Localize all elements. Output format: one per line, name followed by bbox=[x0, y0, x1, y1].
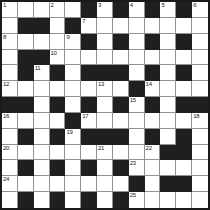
white-cell[interactable] bbox=[2, 65, 18, 81]
white-cell[interactable] bbox=[97, 192, 113, 208]
black-cell bbox=[176, 97, 192, 113]
white-cell[interactable] bbox=[34, 34, 50, 50]
black-cell bbox=[81, 160, 97, 176]
black-cell bbox=[176, 2, 192, 18]
black-cell bbox=[113, 34, 129, 50]
clue-number: 15 bbox=[130, 97, 136, 104]
black-cell bbox=[18, 129, 34, 145]
white-cell[interactable]: 1 bbox=[2, 2, 18, 18]
black-cell bbox=[18, 97, 34, 113]
white-cell[interactable] bbox=[34, 145, 50, 161]
clue-number: 21 bbox=[98, 145, 104, 152]
white-cell[interactable] bbox=[50, 113, 66, 129]
black-cell bbox=[18, 192, 34, 208]
crossword-puzzle: 1234567891011121314151617181920212223242… bbox=[0, 0, 210, 210]
clue-number: 9 bbox=[66, 34, 69, 41]
black-cell bbox=[145, 97, 161, 113]
black-cell bbox=[145, 2, 161, 18]
black-cell bbox=[18, 160, 34, 176]
black-cell bbox=[176, 145, 192, 161]
black-cell bbox=[113, 65, 129, 81]
black-cell bbox=[81, 192, 97, 208]
white-cell[interactable] bbox=[192, 192, 208, 208]
white-cell[interactable]: 12 bbox=[2, 81, 18, 97]
white-cell[interactable] bbox=[97, 18, 113, 34]
white-cell[interactable]: 16 bbox=[2, 113, 18, 129]
white-cell[interactable] bbox=[129, 65, 145, 81]
white-cell[interactable] bbox=[18, 176, 34, 192]
black-cell bbox=[97, 65, 113, 81]
white-cell[interactable] bbox=[65, 81, 81, 97]
black-cell bbox=[176, 129, 192, 145]
clue-number: 3 bbox=[98, 2, 101, 9]
white-cell[interactable]: 21 bbox=[97, 145, 113, 161]
white-cell[interactable] bbox=[160, 113, 176, 129]
black-cell bbox=[145, 129, 161, 145]
white-cell[interactable] bbox=[176, 113, 192, 129]
white-cell[interactable] bbox=[145, 160, 161, 176]
white-cell[interactable] bbox=[65, 160, 81, 176]
clue-number: 23 bbox=[130, 160, 136, 167]
white-cell[interactable] bbox=[160, 192, 176, 208]
white-cell[interactable]: 11 bbox=[34, 65, 50, 81]
black-cell bbox=[145, 34, 161, 50]
black-cell bbox=[176, 65, 192, 81]
white-cell[interactable] bbox=[160, 50, 176, 66]
white-cell[interactable] bbox=[81, 176, 97, 192]
white-cell[interactable]: 8 bbox=[2, 34, 18, 50]
black-cell bbox=[192, 97, 208, 113]
clue-number: 6 bbox=[193, 2, 196, 9]
white-cell[interactable] bbox=[65, 2, 81, 18]
clue-number: 13 bbox=[98, 81, 104, 88]
white-cell[interactable] bbox=[160, 81, 176, 97]
crossword-grid: 1234567891011121314151617181920212223242… bbox=[0, 0, 210, 210]
white-cell[interactable] bbox=[2, 192, 18, 208]
white-cell[interactable]: 19 bbox=[65, 129, 81, 145]
white-cell[interactable] bbox=[113, 18, 129, 34]
white-cell[interactable] bbox=[145, 113, 161, 129]
white-cell[interactable] bbox=[176, 81, 192, 97]
white-cell[interactable] bbox=[65, 97, 81, 113]
black-cell bbox=[18, 18, 34, 34]
white-cell[interactable]: 14 bbox=[145, 81, 161, 97]
white-cell[interactable] bbox=[176, 160, 192, 176]
white-cell[interactable] bbox=[129, 34, 145, 50]
white-cell[interactable] bbox=[65, 50, 81, 66]
white-cell[interactable] bbox=[145, 176, 161, 192]
white-cell[interactable] bbox=[65, 176, 81, 192]
white-cell[interactable] bbox=[160, 65, 176, 81]
white-cell[interactable]: 17 bbox=[81, 113, 97, 129]
white-cell[interactable] bbox=[18, 2, 34, 18]
black-cell bbox=[145, 65, 161, 81]
white-cell[interactable] bbox=[2, 50, 18, 66]
black-cell bbox=[50, 192, 66, 208]
white-cell[interactable]: 6 bbox=[192, 2, 208, 18]
white-cell[interactable] bbox=[192, 18, 208, 34]
clue-number: 7 bbox=[82, 18, 85, 25]
white-cell[interactable] bbox=[2, 18, 18, 34]
clue-number: 2 bbox=[51, 2, 54, 9]
black-cell bbox=[113, 97, 129, 113]
black-cell bbox=[160, 145, 176, 161]
white-cell[interactable] bbox=[113, 81, 129, 97]
black-cell bbox=[160, 176, 176, 192]
clue-number: 17 bbox=[82, 113, 88, 120]
white-cell[interactable]: 18 bbox=[192, 113, 208, 129]
black-cell bbox=[18, 50, 34, 66]
white-cell[interactable] bbox=[129, 145, 145, 161]
white-cell[interactable] bbox=[34, 192, 50, 208]
white-cell[interactable]: 10 bbox=[50, 50, 66, 66]
white-cell[interactable] bbox=[145, 50, 161, 66]
white-cell[interactable] bbox=[97, 113, 113, 129]
white-cell[interactable] bbox=[50, 18, 66, 34]
black-cell bbox=[34, 50, 50, 66]
clue-number: 11 bbox=[35, 65, 41, 72]
white-cell[interactable] bbox=[129, 129, 145, 145]
white-cell[interactable] bbox=[34, 81, 50, 97]
white-cell[interactable]: 22 bbox=[145, 145, 161, 161]
clue-number: 24 bbox=[3, 176, 9, 183]
white-cell[interactable] bbox=[192, 176, 208, 192]
white-cell[interactable]: 23 bbox=[129, 160, 145, 176]
black-cell bbox=[50, 97, 66, 113]
clue-number: 22 bbox=[146, 145, 152, 152]
white-cell[interactable]: 24 bbox=[2, 176, 18, 192]
white-cell[interactable] bbox=[129, 113, 145, 129]
black-cell bbox=[50, 160, 66, 176]
white-cell[interactable] bbox=[34, 113, 50, 129]
black-cell bbox=[129, 176, 145, 192]
black-cell bbox=[18, 65, 34, 81]
white-cell[interactable] bbox=[160, 18, 176, 34]
white-cell[interactable] bbox=[145, 192, 161, 208]
black-cell bbox=[65, 113, 81, 129]
white-cell[interactable]: 5 bbox=[160, 2, 176, 18]
black-cell bbox=[34, 18, 50, 34]
white-cell[interactable] bbox=[18, 145, 34, 161]
clue-number: 5 bbox=[161, 2, 164, 9]
white-cell[interactable] bbox=[160, 129, 176, 145]
white-cell[interactable] bbox=[97, 50, 113, 66]
clue-number: 16 bbox=[3, 113, 9, 120]
white-cell[interactable] bbox=[34, 176, 50, 192]
black-cell bbox=[176, 34, 192, 50]
white-cell[interactable] bbox=[113, 50, 129, 66]
black-cell bbox=[81, 65, 97, 81]
white-cell[interactable] bbox=[34, 2, 50, 18]
black-cell bbox=[176, 176, 192, 192]
white-cell[interactable] bbox=[129, 50, 145, 66]
black-cell bbox=[50, 129, 66, 145]
black-cell bbox=[81, 34, 97, 50]
white-cell[interactable] bbox=[50, 34, 66, 50]
white-cell[interactable] bbox=[145, 18, 161, 34]
white-cell[interactable] bbox=[50, 145, 66, 161]
black-cell bbox=[81, 129, 97, 145]
white-cell[interactable] bbox=[50, 81, 66, 97]
clue-number: 12 bbox=[3, 81, 9, 88]
clue-number: 4 bbox=[130, 2, 133, 9]
white-cell[interactable]: 3 bbox=[97, 2, 113, 18]
white-cell[interactable] bbox=[192, 34, 208, 50]
white-cell[interactable] bbox=[192, 81, 208, 97]
white-cell[interactable] bbox=[65, 145, 81, 161]
white-cell[interactable] bbox=[97, 34, 113, 50]
black-cell bbox=[65, 18, 81, 34]
white-cell[interactable] bbox=[113, 113, 129, 129]
clue-number: 19 bbox=[66, 129, 72, 136]
black-cell bbox=[50, 65, 66, 81]
clue-number: 1 bbox=[3, 2, 6, 9]
black-cell bbox=[129, 81, 145, 97]
white-cell[interactable]: 15 bbox=[129, 97, 145, 113]
black-cell bbox=[113, 192, 129, 208]
white-cell[interactable]: 13 bbox=[97, 81, 113, 97]
white-cell[interactable] bbox=[113, 176, 129, 192]
white-cell[interactable] bbox=[18, 81, 34, 97]
black-cell bbox=[81, 2, 97, 18]
white-cell[interactable] bbox=[176, 192, 192, 208]
black-cell bbox=[113, 129, 129, 145]
white-cell[interactable]: 25 bbox=[129, 192, 145, 208]
white-cell[interactable] bbox=[192, 65, 208, 81]
white-cell[interactable] bbox=[34, 160, 50, 176]
white-cell[interactable] bbox=[97, 176, 113, 192]
clue-number: 8 bbox=[3, 34, 6, 41]
white-cell[interactable] bbox=[160, 160, 176, 176]
white-cell[interactable] bbox=[18, 34, 34, 50]
white-cell[interactable] bbox=[81, 145, 97, 161]
white-cell[interactable]: 4 bbox=[129, 2, 145, 18]
black-cell bbox=[113, 160, 129, 176]
white-cell[interactable] bbox=[160, 97, 176, 113]
clue-number: 10 bbox=[51, 50, 57, 57]
white-cell[interactable] bbox=[97, 160, 113, 176]
white-cell[interactable] bbox=[192, 129, 208, 145]
white-cell[interactable]: 20 bbox=[2, 145, 18, 161]
white-cell[interactable] bbox=[18, 113, 34, 129]
white-cell[interactable] bbox=[176, 50, 192, 66]
white-cell[interactable] bbox=[81, 81, 97, 97]
white-cell[interactable] bbox=[176, 18, 192, 34]
white-cell[interactable] bbox=[192, 50, 208, 66]
white-cell[interactable] bbox=[113, 145, 129, 161]
white-cell[interactable] bbox=[50, 176, 66, 192]
white-cell[interactable] bbox=[160, 34, 176, 50]
black-cell bbox=[81, 97, 97, 113]
white-cell[interactable] bbox=[2, 129, 18, 145]
white-cell[interactable] bbox=[34, 129, 50, 145]
white-cell[interactable] bbox=[2, 160, 18, 176]
white-cell[interactable] bbox=[34, 97, 50, 113]
white-cell[interactable] bbox=[192, 160, 208, 176]
clue-number: 14 bbox=[146, 81, 152, 88]
white-cell[interactable] bbox=[65, 65, 81, 81]
white-cell[interactable] bbox=[97, 97, 113, 113]
white-cell[interactable] bbox=[192, 145, 208, 161]
white-cell[interactable]: 9 bbox=[65, 34, 81, 50]
black-cell bbox=[113, 2, 129, 18]
black-cell bbox=[97, 129, 113, 145]
clue-number: 20 bbox=[3, 145, 9, 152]
white-cell[interactable]: 7 bbox=[81, 18, 97, 34]
white-cell[interactable] bbox=[81, 50, 97, 66]
white-cell[interactable]: 2 bbox=[50, 2, 66, 18]
clue-number: 25 bbox=[130, 192, 136, 199]
white-cell[interactable] bbox=[65, 192, 81, 208]
clue-number: 18 bbox=[193, 113, 199, 120]
black-cell bbox=[2, 97, 18, 113]
white-cell[interactable] bbox=[129, 18, 145, 34]
